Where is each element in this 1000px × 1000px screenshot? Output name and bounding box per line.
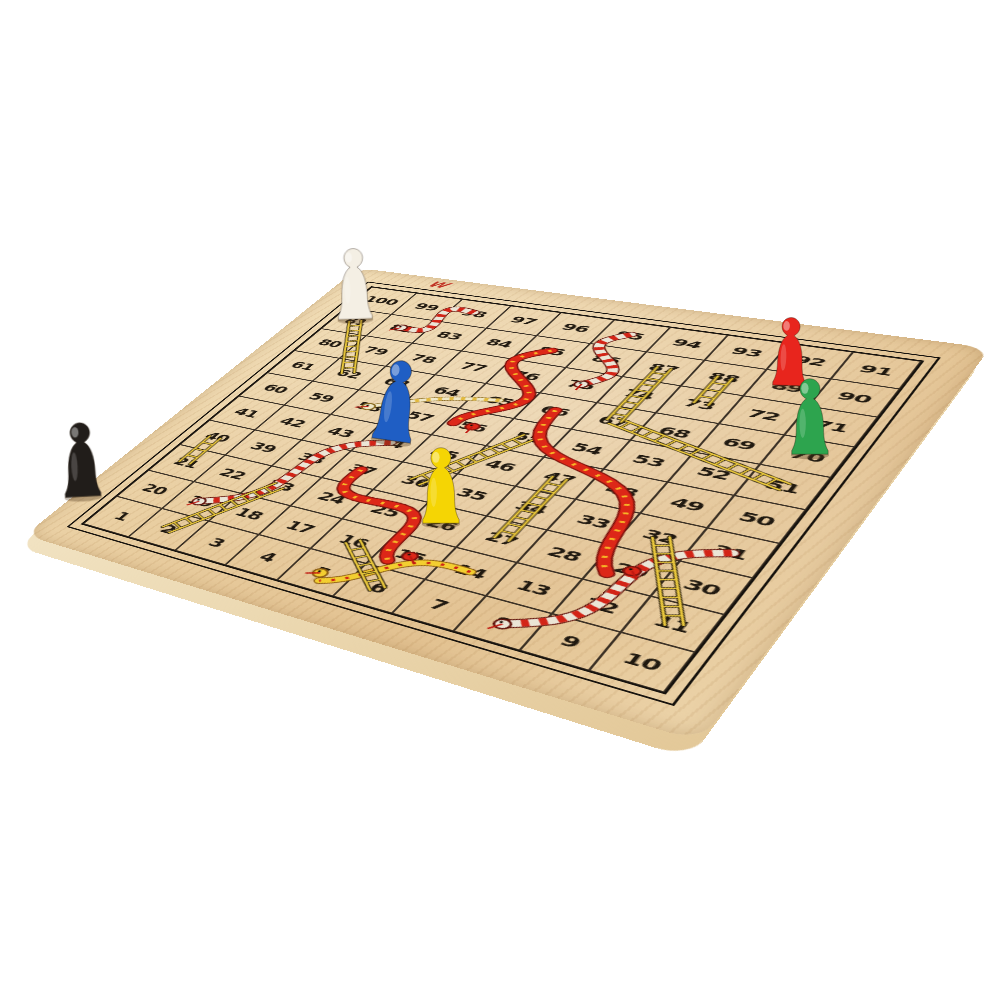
square-number: 5 bbox=[308, 563, 335, 580]
square-number: 96 bbox=[558, 321, 593, 334]
square-number: 16 bbox=[334, 531, 373, 551]
square-number: 99 bbox=[411, 301, 443, 313]
square-number: 3 bbox=[204, 535, 230, 551]
square-number: 9 bbox=[555, 631, 585, 652]
pawn-yellow[interactable] bbox=[420, 445, 462, 529]
square-number: 98 bbox=[458, 307, 491, 320]
square-number: 54 bbox=[567, 440, 607, 458]
square-number: 23 bbox=[263, 477, 299, 494]
square-number: 42 bbox=[276, 414, 310, 429]
square-number: 10 bbox=[618, 649, 666, 675]
square-number: 29 bbox=[609, 559, 654, 582]
square-number: 50 bbox=[734, 508, 779, 529]
square-number: 88 bbox=[704, 370, 743, 386]
square-number: 2 bbox=[156, 521, 181, 536]
pawn-white[interactable] bbox=[333, 245, 375, 325]
square-number: 6 bbox=[364, 579, 392, 597]
square-number: 37 bbox=[344, 461, 381, 478]
square-number: 17 bbox=[281, 517, 319, 536]
square-number: 7 bbox=[424, 595, 452, 614]
square-number: 47 bbox=[539, 468, 579, 487]
square-number: 18 bbox=[231, 504, 268, 522]
square-number: 43 bbox=[323, 424, 358, 440]
square-number: 15 bbox=[390, 545, 431, 566]
square-number: 48 bbox=[601, 481, 643, 500]
square-number: 55 bbox=[509, 429, 547, 446]
square-number: 82 bbox=[385, 322, 418, 335]
square-number: 95 bbox=[612, 328, 648, 342]
square-number: 46 bbox=[481, 457, 520, 475]
square-number: 56 bbox=[454, 419, 491, 435]
square-number: 97 bbox=[507, 314, 541, 327]
square-number: 19 bbox=[183, 492, 219, 510]
square-number: 33 bbox=[572, 512, 614, 532]
square-number: 65 bbox=[481, 393, 518, 409]
square-number: 62 bbox=[332, 367, 365, 381]
game-board: 1009998979695949392918182838485868788899… bbox=[25, 268, 990, 742]
square-number: 66 bbox=[536, 403, 574, 419]
square-number: 22 bbox=[215, 465, 250, 482]
square-number: 25 bbox=[366, 501, 405, 520]
square-number: 72 bbox=[743, 406, 784, 423]
square-number: 94 bbox=[668, 336, 705, 350]
photo-scene: 1009998979695949392918182838485868788899… bbox=[0, 0, 1000, 1000]
square-number: 84 bbox=[482, 337, 517, 351]
square-number: 11 bbox=[649, 611, 696, 636]
square-number: 69 bbox=[718, 435, 760, 453]
square-number: 34 bbox=[510, 498, 551, 518]
square-number: 32 bbox=[638, 526, 682, 547]
square-number: 12 bbox=[579, 593, 624, 617]
square-number: 21 bbox=[169, 455, 203, 471]
square-number: 73 bbox=[680, 396, 720, 413]
square-number: 77 bbox=[456, 360, 491, 374]
square-number: 31 bbox=[707, 541, 752, 563]
square-number: 13 bbox=[512, 576, 556, 599]
square-number: 60 bbox=[259, 382, 292, 396]
square-number: 74 bbox=[619, 386, 657, 402]
square-number: 67 bbox=[594, 413, 633, 430]
square-number: 28 bbox=[543, 543, 586, 564]
pawn-green[interactable] bbox=[789, 376, 831, 460]
square-number: 14 bbox=[450, 560, 492, 582]
square-number: 51 bbox=[761, 477, 805, 497]
square-number: 87 bbox=[644, 361, 682, 376]
square-number: 90 bbox=[833, 389, 875, 406]
square-number: 24 bbox=[313, 489, 351, 507]
square-number: 53 bbox=[628, 452, 669, 470]
square-number: 91 bbox=[856, 362, 897, 378]
square-number: 39 bbox=[246, 439, 281, 455]
square-number: 83 bbox=[432, 329, 466, 342]
square-number: 64 bbox=[429, 384, 464, 399]
square-number: 93 bbox=[728, 344, 766, 359]
square-number: 40 bbox=[200, 429, 234, 444]
square-number: 86 bbox=[587, 352, 624, 367]
square-number: 61 bbox=[287, 359, 320, 373]
square-number: 38 bbox=[293, 450, 329, 467]
square-number: 4 bbox=[254, 549, 281, 566]
pawn-black[interactable] bbox=[58, 419, 103, 503]
square-number: 85 bbox=[533, 344, 569, 358]
square-number: 27 bbox=[481, 528, 522, 549]
maker-logo: W bbox=[424, 280, 453, 290]
square-number: 59 bbox=[304, 390, 338, 405]
square-number: 68 bbox=[654, 423, 694, 440]
square-number: 8 bbox=[488, 613, 517, 633]
square-number: 80 bbox=[314, 337, 346, 350]
square-number: 30 bbox=[679, 575, 725, 599]
square-number: 20 bbox=[138, 481, 173, 498]
square-number: 76 bbox=[508, 368, 544, 383]
square-number: 52 bbox=[693, 464, 735, 483]
square-number: 49 bbox=[666, 494, 709, 514]
square-number: 75 bbox=[562, 377, 599, 392]
square-number: 41 bbox=[230, 405, 263, 420]
square-number: 1 bbox=[110, 509, 135, 524]
